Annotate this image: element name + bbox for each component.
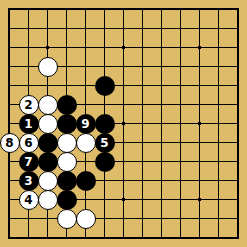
star-point	[46, 46, 49, 49]
move-number: 4	[24, 194, 32, 206]
grid-line-vertical	[161, 9, 162, 238]
white-stone	[57, 209, 77, 229]
black-stone-move-7: 7	[19, 152, 39, 172]
black-stone	[95, 152, 115, 172]
star-point	[198, 46, 201, 49]
grid-line-vertical	[218, 9, 219, 238]
white-stone	[76, 133, 96, 153]
grid-line-vertical	[180, 9, 181, 238]
white-stone-move-6: 6	[19, 133, 39, 153]
move-number: 5	[100, 137, 108, 149]
white-stone	[38, 171, 58, 191]
move-number: 7	[24, 156, 32, 168]
star-point	[122, 198, 125, 201]
black-stone	[95, 76, 115, 96]
move-number: 2	[24, 99, 32, 111]
white-stone-move-8: 8	[0, 133, 20, 153]
black-stone	[76, 171, 96, 191]
white-stone	[76, 209, 96, 229]
move-number: 6	[24, 137, 32, 149]
white-stone-move-4: 4	[19, 190, 39, 210]
go-board-diagram: 219865734	[0, 0, 247, 247]
white-stone-move-2: 2	[19, 95, 39, 115]
grid-line-horizontal	[9, 218, 238, 219]
black-stone	[95, 114, 115, 134]
star-point	[198, 122, 201, 125]
black-stone	[57, 114, 77, 134]
white-stone	[38, 190, 58, 210]
black-stone	[38, 152, 58, 172]
move-number: 8	[5, 137, 13, 149]
black-stone-move-9: 9	[76, 114, 96, 134]
grid-line-vertical	[142, 9, 143, 238]
move-number: 1	[24, 118, 32, 130]
white-stone	[38, 95, 58, 115]
go-board[interactable]: 219865734	[0, 0, 247, 247]
white-stone	[57, 152, 77, 172]
black-stone	[57, 190, 77, 210]
black-stone	[57, 171, 77, 191]
grid-line-vertical	[237, 9, 238, 238]
star-point	[122, 122, 125, 125]
grid-line-horizontal	[9, 237, 238, 238]
black-stone	[38, 133, 58, 153]
black-stone	[57, 95, 77, 115]
star-point	[122, 46, 125, 49]
move-number: 3	[24, 175, 32, 187]
star-point	[198, 198, 201, 201]
black-stone-move-5: 5	[95, 133, 115, 153]
white-stone	[57, 133, 77, 153]
move-number: 9	[81, 118, 89, 130]
black-stone-move-3: 3	[19, 171, 39, 191]
black-stone-move-1: 1	[19, 114, 39, 134]
white-stone	[38, 114, 58, 134]
white-stone	[38, 57, 58, 77]
